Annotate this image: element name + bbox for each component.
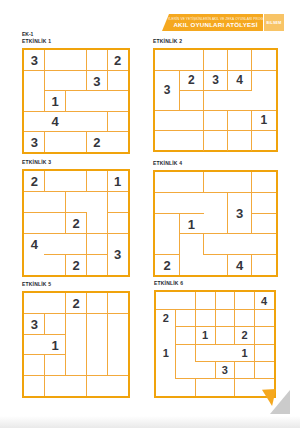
given-number: 3 bbox=[222, 365, 228, 376]
region-border bbox=[195, 344, 216, 345]
region-border bbox=[227, 50, 228, 71]
region-border bbox=[251, 130, 252, 151]
region-border bbox=[254, 344, 255, 362]
region-border bbox=[44, 254, 66, 255]
region-border bbox=[227, 110, 228, 131]
region-border bbox=[227, 192, 228, 214]
region-border bbox=[203, 110, 228, 111]
region-border bbox=[65, 111, 87, 112]
region-border bbox=[65, 334, 66, 356]
region-border bbox=[44, 90, 66, 91]
region-border bbox=[107, 191, 108, 213]
region-border bbox=[203, 90, 228, 91]
region-border bbox=[86, 233, 108, 234]
region-border bbox=[65, 90, 66, 111]
given-number: 4 bbox=[236, 74, 243, 86]
region-border bbox=[179, 254, 180, 276]
region-border bbox=[227, 70, 228, 91]
region-border bbox=[24, 191, 46, 192]
region-border bbox=[175, 344, 176, 362]
region-border bbox=[227, 110, 252, 111]
region-border bbox=[215, 292, 216, 310]
region-border bbox=[65, 131, 87, 132]
region-border bbox=[107, 313, 108, 335]
region-border bbox=[227, 90, 252, 91]
region-border bbox=[215, 378, 236, 379]
region-border bbox=[155, 130, 180, 131]
region-border bbox=[86, 354, 87, 376]
region-border bbox=[175, 309, 176, 327]
region-border bbox=[65, 354, 66, 376]
region-border bbox=[251, 70, 252, 91]
region-border bbox=[251, 213, 252, 235]
given-number: 4 bbox=[52, 115, 59, 128]
region-border bbox=[86, 375, 87, 397]
region-border bbox=[44, 171, 45, 193]
region-border bbox=[86, 334, 87, 356]
given-number: 3 bbox=[31, 54, 38, 67]
given-number: 3 bbox=[212, 74, 219, 86]
region-border bbox=[65, 70, 87, 71]
region-border bbox=[227, 213, 228, 235]
given-number: 2 bbox=[241, 330, 247, 341]
region-border bbox=[65, 293, 66, 315]
region-border bbox=[179, 192, 204, 193]
region-border bbox=[44, 131, 45, 152]
region-border bbox=[65, 191, 66, 213]
region-border bbox=[175, 378, 196, 379]
board-label-6: ETKİNLİK 6 bbox=[154, 280, 183, 286]
region-border bbox=[107, 233, 108, 255]
region-border bbox=[175, 361, 176, 379]
region-border bbox=[179, 233, 204, 234]
given-number: 1 bbox=[52, 338, 59, 351]
region-border bbox=[227, 130, 228, 151]
region-border bbox=[107, 90, 129, 91]
region-border bbox=[86, 90, 108, 91]
region-border bbox=[251, 172, 252, 194]
given-number: 1 bbox=[114, 175, 121, 188]
region-border bbox=[44, 233, 66, 234]
region-border bbox=[203, 254, 228, 255]
region-border bbox=[195, 292, 196, 310]
region-border bbox=[65, 375, 87, 376]
region-border bbox=[254, 361, 255, 379]
region-border bbox=[203, 50, 204, 71]
region-border bbox=[86, 233, 87, 255]
region-border bbox=[24, 70, 46, 71]
region-border bbox=[251, 110, 276, 111]
region-border bbox=[254, 292, 255, 310]
region-border bbox=[65, 191, 87, 192]
region-border bbox=[107, 70, 108, 91]
board-label-2: ETKİNLİK 2 bbox=[153, 38, 182, 44]
region-border bbox=[215, 309, 216, 327]
board-etkinlik-4: 3124 bbox=[153, 170, 278, 277]
given-number: 1 bbox=[52, 95, 59, 108]
region-border bbox=[203, 90, 204, 111]
given-number: 3 bbox=[93, 74, 100, 87]
given-number: 3 bbox=[31, 317, 38, 330]
board-label-1: ETKİNLİK 1 bbox=[22, 38, 51, 44]
region-border bbox=[86, 375, 108, 376]
region-border bbox=[24, 111, 46, 112]
board-etkinlik-3: 212432 bbox=[22, 169, 130, 277]
region-border bbox=[179, 213, 180, 235]
region-border bbox=[215, 361, 216, 379]
region-border bbox=[215, 309, 236, 310]
board-label-3: ETKİNLİK 3 bbox=[22, 159, 51, 165]
region-border bbox=[203, 130, 204, 151]
region-border bbox=[234, 326, 255, 327]
region-border bbox=[44, 191, 66, 192]
board-etkinlik-6: 4212113 bbox=[154, 290, 276, 398]
region-border bbox=[107, 50, 108, 71]
given-number: 2 bbox=[114, 54, 121, 67]
attachment-label: EK-1 bbox=[22, 31, 33, 37]
given-number: 2 bbox=[72, 258, 79, 271]
region-border bbox=[86, 171, 87, 193]
region-border bbox=[203, 172, 204, 194]
region-border bbox=[227, 254, 252, 255]
board-etkinlik-1: 3231432 bbox=[22, 48, 130, 154]
region-border bbox=[65, 90, 87, 91]
region-border bbox=[179, 70, 204, 71]
region-border bbox=[44, 212, 66, 213]
region-border bbox=[44, 313, 45, 335]
given-number: 3 bbox=[31, 135, 38, 148]
region-border bbox=[215, 361, 236, 362]
region-border bbox=[215, 326, 216, 344]
given-number: 3 bbox=[164, 84, 171, 96]
region-border bbox=[251, 192, 252, 214]
region-border bbox=[86, 293, 87, 315]
given-number: 2 bbox=[163, 258, 170, 271]
region-border bbox=[179, 90, 204, 91]
region-border bbox=[24, 354, 46, 355]
region-border bbox=[251, 254, 252, 276]
region-border bbox=[24, 131, 46, 132]
given-number: 2 bbox=[72, 297, 79, 310]
region-border bbox=[44, 50, 45, 71]
region-border bbox=[65, 233, 87, 234]
banner-tab-label: BİLSEM bbox=[267, 21, 282, 25]
region-border bbox=[203, 110, 204, 131]
region-border bbox=[86, 50, 87, 71]
region-border bbox=[251, 254, 276, 255]
region-border bbox=[107, 254, 108, 276]
region-border bbox=[179, 110, 204, 111]
region-border bbox=[195, 309, 216, 310]
region-border bbox=[44, 375, 66, 376]
given-number: 3 bbox=[236, 207, 243, 220]
region-border bbox=[107, 375, 129, 376]
region-border bbox=[251, 130, 276, 131]
region-border bbox=[86, 70, 87, 91]
region-border bbox=[227, 233, 252, 234]
region-border bbox=[251, 70, 276, 71]
region-border bbox=[65, 254, 87, 255]
region-border bbox=[254, 344, 275, 345]
region-border bbox=[107, 354, 108, 376]
region-border bbox=[234, 309, 235, 327]
given-number: 1 bbox=[241, 347, 247, 358]
region-border bbox=[44, 313, 66, 314]
region-border bbox=[44, 90, 45, 111]
region-border bbox=[155, 70, 180, 71]
region-border bbox=[107, 334, 108, 356]
region-border bbox=[107, 313, 129, 314]
region-border bbox=[234, 326, 235, 344]
region-border bbox=[254, 309, 255, 327]
region-border bbox=[227, 130, 252, 131]
region-border bbox=[251, 213, 276, 214]
worksheet-page: BİREYLERİN VE YETİŞKİNLERİN AKIL VE ZEKÂ… bbox=[0, 0, 300, 428]
region-border bbox=[86, 191, 108, 192]
region-border bbox=[155, 213, 180, 214]
region-border bbox=[65, 313, 66, 335]
given-number: 4 bbox=[31, 237, 38, 250]
region-border bbox=[234, 378, 255, 379]
region-border bbox=[254, 361, 275, 362]
region-border bbox=[44, 111, 66, 112]
region-border bbox=[227, 254, 228, 276]
region-border bbox=[86, 313, 87, 335]
region-border bbox=[251, 192, 276, 193]
region-border bbox=[195, 326, 216, 327]
region-border bbox=[215, 326, 236, 327]
region-border bbox=[234, 378, 235, 396]
page-bottom-shadow bbox=[0, 416, 300, 428]
region-border bbox=[203, 130, 228, 131]
region-border bbox=[203, 233, 204, 255]
region-border bbox=[155, 110, 180, 111]
region-border bbox=[203, 233, 228, 234]
region-border bbox=[86, 313, 108, 314]
region-border bbox=[195, 309, 196, 327]
region-border bbox=[107, 131, 129, 132]
region-border bbox=[44, 354, 45, 376]
given-number: 2 bbox=[93, 135, 100, 148]
board-label-4: ETKİNLİK 4 bbox=[153, 160, 182, 166]
region-border bbox=[107, 233, 129, 234]
region-border bbox=[107, 171, 108, 193]
region-border bbox=[179, 130, 204, 131]
region-border bbox=[175, 326, 176, 344]
region-border bbox=[227, 70, 252, 71]
board-label-5: ETKİNLİK 5 bbox=[22, 281, 51, 287]
region-border bbox=[203, 70, 228, 71]
region-border bbox=[195, 378, 196, 396]
region-border bbox=[107, 111, 108, 132]
region-border bbox=[86, 212, 87, 234]
region-border bbox=[203, 192, 228, 193]
region-border bbox=[175, 309, 196, 310]
region-border bbox=[234, 309, 255, 310]
region-border bbox=[24, 212, 46, 213]
region-border bbox=[107, 191, 129, 192]
given-number: 2 bbox=[163, 313, 169, 324]
region-border bbox=[175, 344, 196, 345]
region-border bbox=[24, 334, 46, 335]
region-border bbox=[107, 70, 129, 71]
region-border bbox=[86, 111, 108, 112]
region-border bbox=[195, 378, 216, 379]
given-number: 3 bbox=[114, 248, 121, 261]
header-banner: BİREYLERİN VE YETİŞKİNLERİN AKIL VE ZEKÂ… bbox=[162, 14, 263, 31]
region-border bbox=[175, 326, 196, 327]
region-border bbox=[44, 334, 66, 335]
given-number: 2 bbox=[188, 74, 195, 86]
given-number: 2 bbox=[31, 175, 38, 188]
board-etkinlik-2: 32341 bbox=[153, 48, 278, 152]
region-border bbox=[155, 192, 180, 193]
banner-tab: BİLSEM bbox=[264, 14, 284, 31]
region-border bbox=[44, 70, 66, 71]
region-border bbox=[203, 70, 204, 91]
region-border bbox=[44, 70, 45, 91]
board-etkinlik-5: 231 bbox=[22, 291, 130, 398]
region-border bbox=[44, 354, 66, 355]
region-border bbox=[234, 361, 255, 362]
banner-title: AKIL OYUNLARI ATÖLYESİ bbox=[173, 21, 257, 28]
region-border bbox=[24, 313, 46, 314]
region-border bbox=[86, 70, 108, 71]
region-border bbox=[234, 361, 235, 379]
region-border bbox=[86, 254, 87, 276]
region-border bbox=[254, 309, 275, 310]
region-border bbox=[65, 212, 66, 234]
region-border bbox=[107, 293, 108, 315]
region-border bbox=[254, 378, 275, 379]
region-border bbox=[155, 254, 180, 255]
given-number: 2 bbox=[72, 217, 79, 230]
region-border bbox=[86, 131, 87, 152]
region-border bbox=[24, 233, 46, 234]
region-border bbox=[227, 192, 252, 193]
region-border bbox=[179, 233, 180, 255]
given-number: 1 bbox=[202, 330, 208, 341]
region-border bbox=[195, 326, 196, 344]
region-border bbox=[86, 254, 108, 255]
region-border bbox=[234, 344, 255, 345]
region-border bbox=[251, 110, 252, 131]
given-number: 4 bbox=[261, 295, 267, 306]
region-border bbox=[86, 131, 108, 132]
region-border bbox=[215, 344, 236, 345]
given-number: 4 bbox=[236, 258, 243, 271]
given-number: 1 bbox=[163, 347, 169, 358]
region-border bbox=[234, 292, 235, 310]
region-border bbox=[107, 212, 129, 213]
region-border bbox=[195, 361, 216, 362]
region-border bbox=[44, 131, 66, 132]
region-border bbox=[24, 375, 46, 376]
region-border bbox=[65, 212, 87, 213]
region-border bbox=[254, 326, 255, 344]
given-number: 1 bbox=[188, 217, 195, 230]
region-border bbox=[251, 233, 276, 234]
region-border bbox=[44, 375, 45, 397]
region-border bbox=[179, 70, 180, 91]
region-border bbox=[107, 212, 108, 234]
region-border bbox=[179, 213, 204, 214]
region-border bbox=[65, 313, 87, 314]
region-border bbox=[179, 90, 180, 111]
region-border bbox=[156, 309, 177, 310]
given-number: 1 bbox=[261, 114, 268, 126]
region-border bbox=[251, 50, 252, 71]
region-border bbox=[107, 111, 129, 112]
region-border bbox=[65, 254, 66, 276]
region-border bbox=[254, 326, 275, 327]
region-border bbox=[195, 344, 196, 362]
